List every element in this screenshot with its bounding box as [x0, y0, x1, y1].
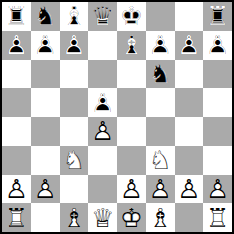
- square-b4[interactable]: [31, 117, 60, 146]
- black-pawn-icon: ♟♙: [31, 31, 60, 60]
- black-rook-icon: ♜♖: [2, 2, 31, 31]
- square-b6[interactable]: [31, 60, 60, 89]
- square-h3[interactable]: [203, 146, 232, 175]
- square-a3[interactable]: [2, 146, 31, 175]
- square-c1[interactable]: ♝♗: [60, 203, 89, 232]
- black-knight-icon: ♞♘: [146, 60, 175, 89]
- black-pawn-icon: ♟♙: [88, 88, 117, 117]
- white-pawn-icon: ♟♙: [88, 117, 117, 146]
- black-king-icon: ♚♔: [117, 2, 146, 31]
- white-pawn-icon: ♟♙: [203, 175, 232, 204]
- square-f3[interactable]: ♞♘: [146, 146, 175, 175]
- square-g1[interactable]: [175, 203, 204, 232]
- square-d6[interactable]: [88, 60, 117, 89]
- square-a2[interactable]: ♟♙: [2, 175, 31, 204]
- black-pawn-icon: ♟♙: [2, 31, 31, 60]
- square-a4[interactable]: [2, 117, 31, 146]
- square-c2[interactable]: [60, 175, 89, 204]
- square-g8[interactable]: [175, 2, 204, 31]
- square-b5[interactable]: [31, 88, 60, 117]
- square-b7[interactable]: ♟♙: [31, 31, 60, 60]
- square-f5[interactable]: [146, 88, 175, 117]
- white-pawn-icon: ♟♙: [117, 175, 146, 204]
- square-d4[interactable]: ♟♙: [88, 117, 117, 146]
- square-h4[interactable]: [203, 117, 232, 146]
- black-pawn-icon: ♟♙: [60, 31, 89, 60]
- black-pawn-icon: ♟♙: [203, 31, 232, 60]
- square-c7[interactable]: ♟♙: [60, 31, 89, 60]
- white-pawn-icon: ♟♙: [146, 175, 175, 204]
- square-g3[interactable]: [175, 146, 204, 175]
- white-bishop-icon: ♝♗: [60, 203, 89, 232]
- black-pawn-icon: ♟♙: [175, 31, 204, 60]
- square-a5[interactable]: [2, 88, 31, 117]
- square-e7[interactable]: ♝♗: [117, 31, 146, 60]
- square-e5[interactable]: [117, 88, 146, 117]
- black-bishop-icon: ♝♗: [117, 31, 146, 60]
- square-h6[interactable]: [203, 60, 232, 89]
- square-e2[interactable]: ♟♙: [117, 175, 146, 204]
- square-f1[interactable]: ♝♗: [146, 203, 175, 232]
- square-h8[interactable]: ♜♖: [203, 2, 232, 31]
- square-g6[interactable]: [175, 60, 204, 89]
- square-f2[interactable]: ♟♙: [146, 175, 175, 204]
- chess-board: ♜♖♞♘♝♗♛♕♚♔♜♖♟♙♟♙♟♙♝♗♟♙♟♙♟♙♞♘♟♙♟♙♞♘♞♘♟♙♟♙…: [0, 0, 234, 234]
- black-rook-icon: ♜♖: [203, 2, 232, 31]
- square-c6[interactable]: [60, 60, 89, 89]
- square-g4[interactable]: [175, 117, 204, 146]
- square-g7[interactable]: ♟♙: [175, 31, 204, 60]
- black-pawn-icon: ♟♙: [146, 31, 175, 60]
- white-bishop-icon: ♝♗: [146, 203, 175, 232]
- square-c3[interactable]: ♞♘: [60, 146, 89, 175]
- white-pawn-icon: ♟♙: [2, 175, 31, 204]
- square-h5[interactable]: [203, 88, 232, 117]
- black-bishop-icon: ♝♗: [60, 2, 89, 31]
- square-c4[interactable]: [60, 117, 89, 146]
- square-a6[interactable]: [2, 60, 31, 89]
- square-g5[interactable]: [175, 88, 204, 117]
- white-pawn-icon: ♟♙: [31, 175, 60, 204]
- square-c8[interactable]: ♝♗: [60, 2, 89, 31]
- white-rook-icon: ♜♖: [2, 203, 31, 232]
- square-d5[interactable]: ♟♙: [88, 88, 117, 117]
- square-a8[interactable]: ♜♖: [2, 2, 31, 31]
- square-c5[interactable]: [60, 88, 89, 117]
- square-e1[interactable]: ♚♔: [117, 203, 146, 232]
- square-d1[interactable]: ♛♕: [88, 203, 117, 232]
- white-knight-icon: ♞♘: [60, 146, 89, 175]
- square-e8[interactable]: ♚♔: [117, 2, 146, 31]
- square-f4[interactable]: [146, 117, 175, 146]
- square-d8[interactable]: ♛♕: [88, 2, 117, 31]
- black-queen-icon: ♛♕: [88, 2, 117, 31]
- white-queen-icon: ♛♕: [88, 203, 117, 232]
- square-f8[interactable]: [146, 2, 175, 31]
- square-a7[interactable]: ♟♙: [2, 31, 31, 60]
- square-d7[interactable]: [88, 31, 117, 60]
- square-b3[interactable]: [31, 146, 60, 175]
- square-d3[interactable]: [88, 146, 117, 175]
- square-b1[interactable]: [31, 203, 60, 232]
- square-a1[interactable]: ♜♖: [2, 203, 31, 232]
- white-king-icon: ♚♔: [117, 203, 146, 232]
- white-pawn-icon: ♟♙: [175, 175, 204, 204]
- square-e4[interactable]: [117, 117, 146, 146]
- square-e3[interactable]: [117, 146, 146, 175]
- black-knight-icon: ♞♘: [31, 2, 60, 31]
- square-f7[interactable]: ♟♙: [146, 31, 175, 60]
- square-h2[interactable]: ♟♙: [203, 175, 232, 204]
- square-f6[interactable]: ♞♘: [146, 60, 175, 89]
- white-knight-icon: ♞♘: [146, 146, 175, 175]
- white-rook-icon: ♜♖: [203, 203, 232, 232]
- square-h7[interactable]: ♟♙: [203, 31, 232, 60]
- square-b8[interactable]: ♞♘: [31, 2, 60, 31]
- square-d2[interactable]: [88, 175, 117, 204]
- square-h1[interactable]: ♜♖: [203, 203, 232, 232]
- square-b2[interactable]: ♟♙: [31, 175, 60, 204]
- square-e6[interactable]: [117, 60, 146, 89]
- square-g2[interactable]: ♟♙: [175, 175, 204, 204]
